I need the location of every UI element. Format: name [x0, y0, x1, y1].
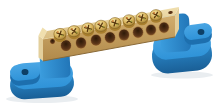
screw-speck-orange [98, 22, 100, 24]
right-stand-shadow [151, 72, 213, 79]
screw-4 [95, 20, 107, 34]
screw-speck-green [103, 26, 105, 28]
wire-hole-2 [76, 37, 87, 49]
busbar-assembly-graphic [0, 0, 220, 108]
screw-speck-orange [57, 31, 59, 33]
screw-speck-green [116, 23, 118, 25]
wire-hole-7 [146, 24, 157, 35]
screw-speck-green [76, 31, 78, 33]
screw-speck-orange [126, 17, 128, 19]
wire-hole-5 [119, 29, 130, 41]
screw-speck-green [157, 15, 159, 17]
wire-hole-3 [91, 34, 102, 46]
screw-speck-green [89, 29, 91, 31]
screw-speck-green [130, 20, 132, 22]
busbar-left-end-face [39, 36, 44, 62]
left-stand-mounting-hole [22, 69, 29, 75]
wire-hole-6 [133, 27, 144, 39]
screw-speck-green [61, 34, 63, 36]
screw-speck-orange [139, 15, 141, 17]
screw-2 [68, 26, 80, 40]
screw-3 [82, 23, 94, 37]
screw-speck-orange [153, 12, 155, 14]
screw-speck-green [143, 18, 145, 20]
wire-hole-8 [159, 22, 169, 33]
screw-6 [123, 15, 135, 28]
wire-hole-4 [105, 32, 116, 44]
screw-1 [54, 28, 66, 42]
screw-5 [109, 18, 121, 31]
screw-speck-orange [112, 20, 114, 22]
screw-speck-orange [71, 28, 73, 30]
screw-7 [136, 12, 148, 25]
small-hole-front-left [50, 39, 55, 45]
busbar-product-photo [0, 0, 220, 108]
right-stand-mounting-hole [198, 29, 205, 35]
screw-speck-orange [85, 26, 87, 28]
screw-8 [150, 10, 162, 23]
